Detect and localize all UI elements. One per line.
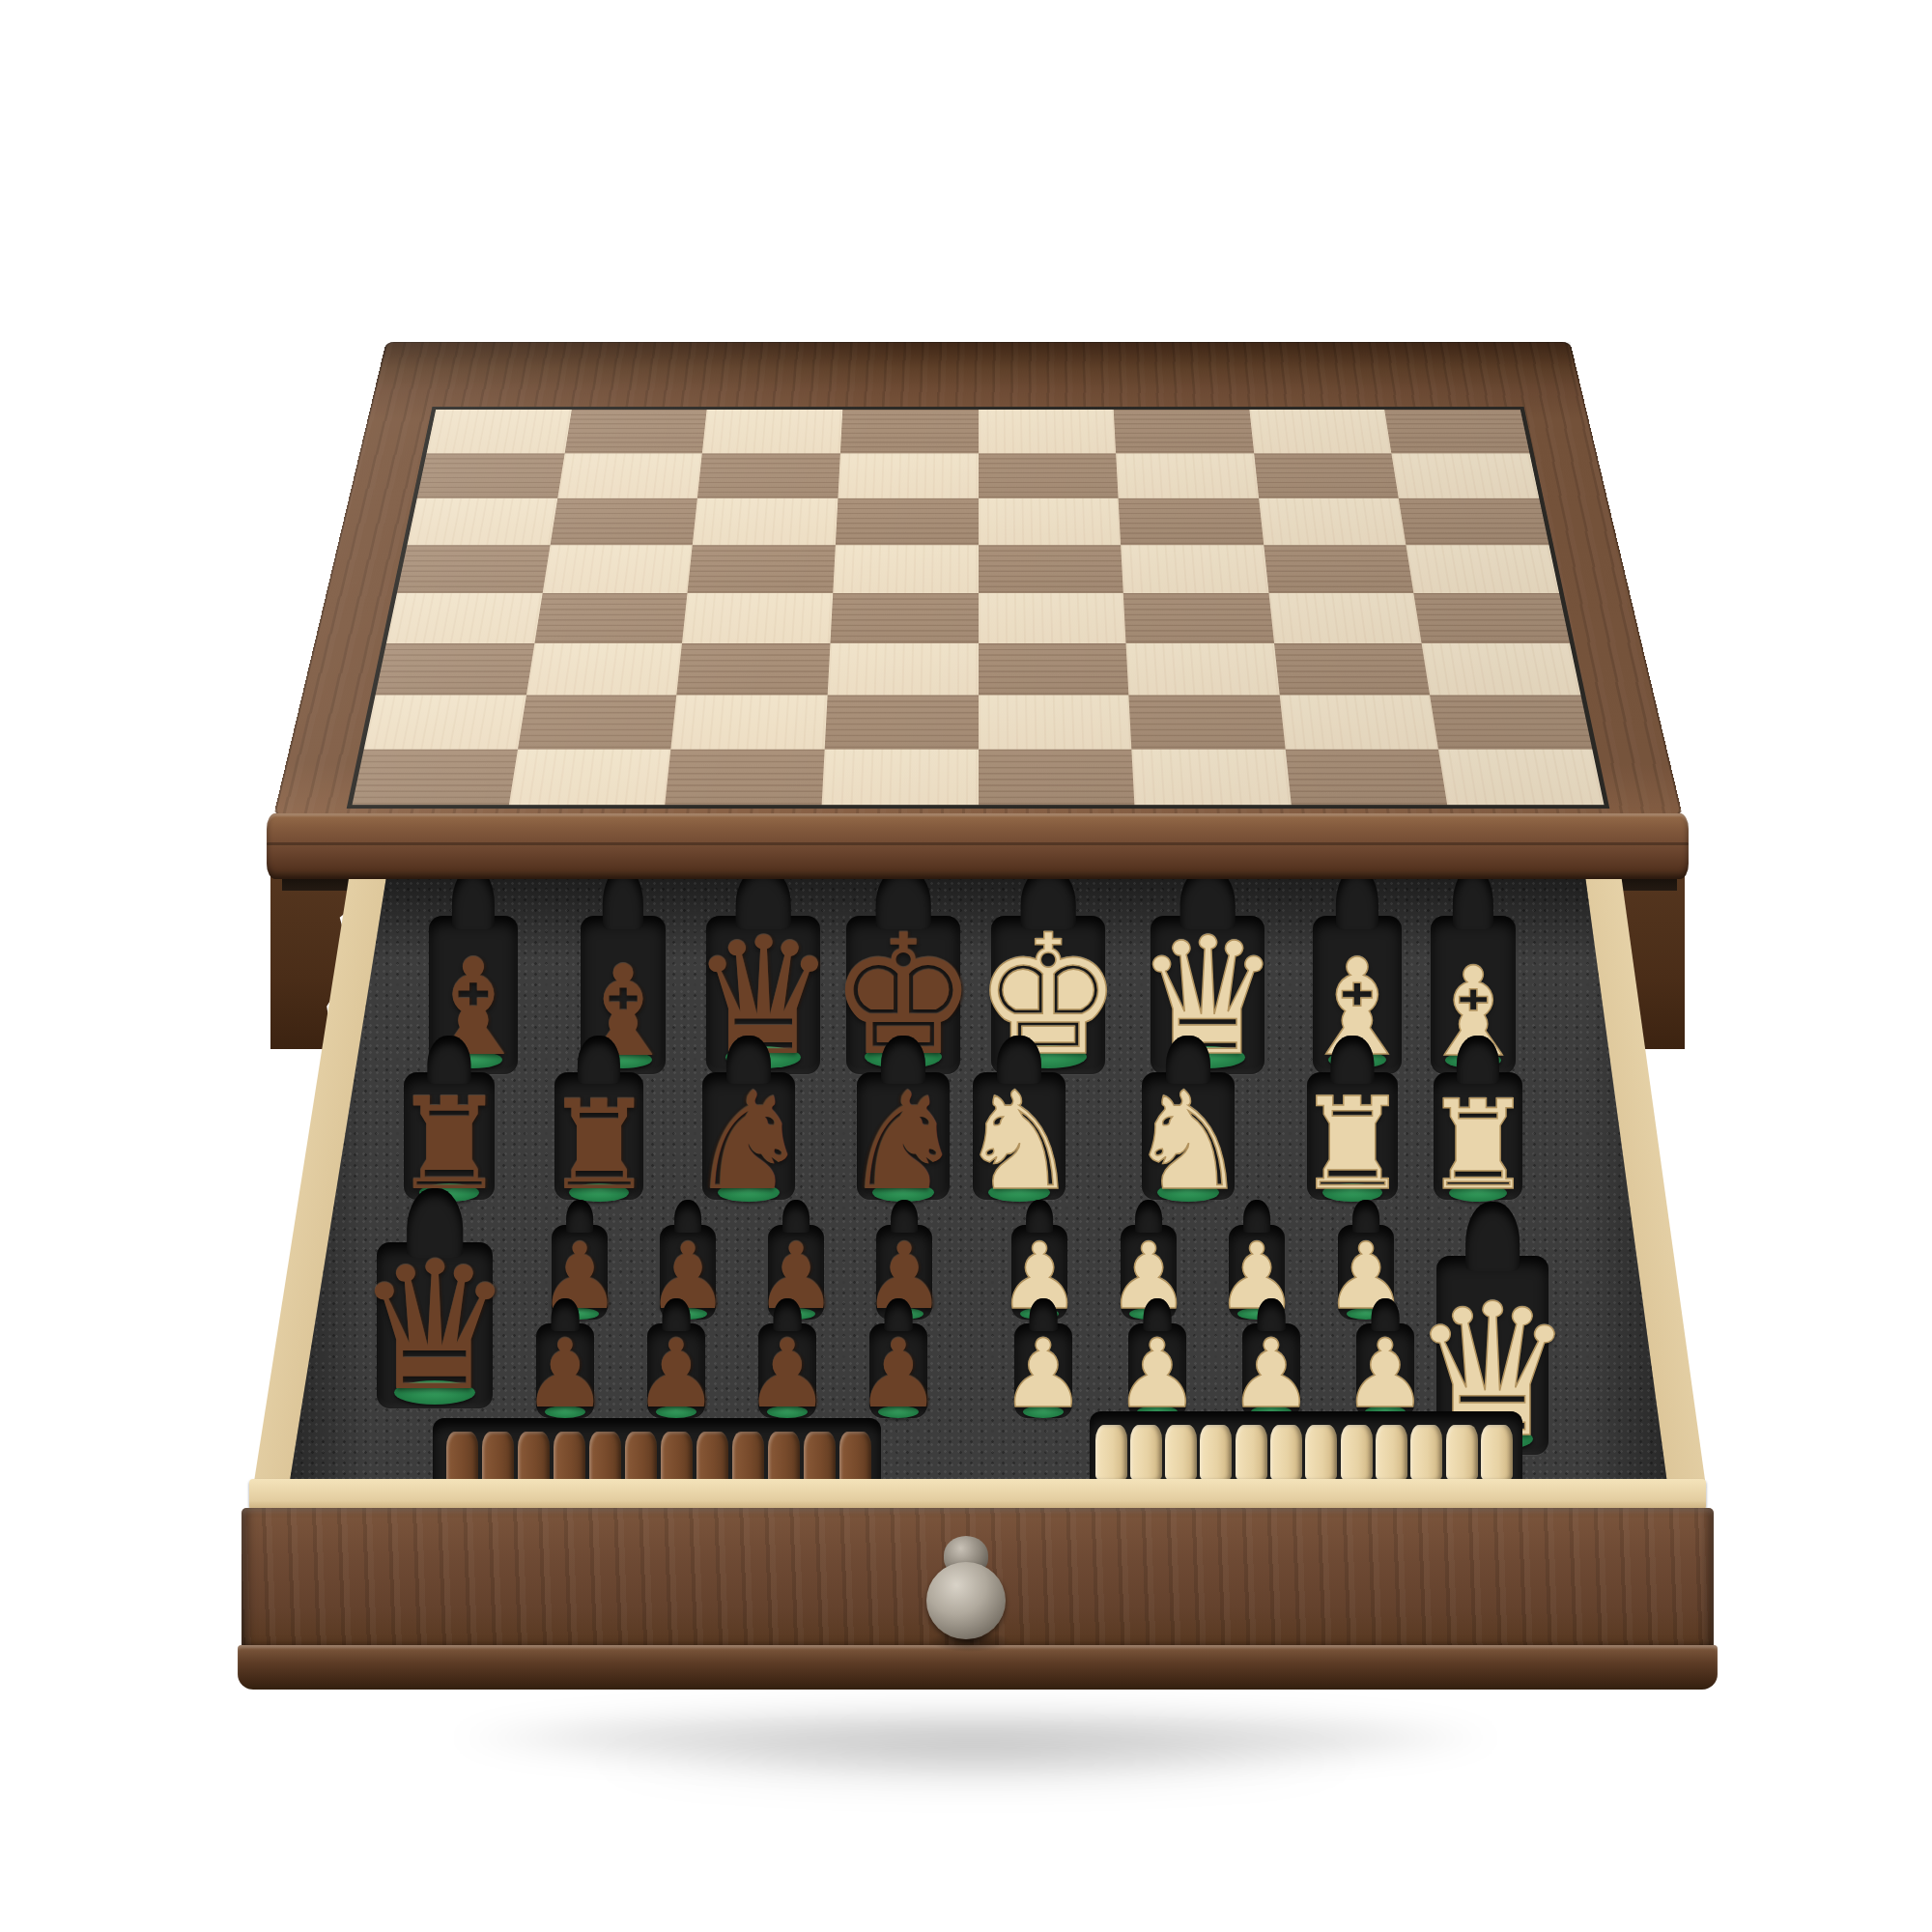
square-a2[interactable] [364,696,526,750]
tray-piece-dark-pawn[interactable]: ♟ [523,1337,608,1410]
square-d1[interactable] [821,749,978,805]
square-g1[interactable] [1285,749,1447,805]
square-f3[interactable] [1126,643,1280,696]
tray-piece-dark-rook[interactable]: ♜ [392,1094,506,1194]
square-b7[interactable] [557,453,702,498]
square-h7[interactable] [1392,453,1540,498]
square-g4[interactable] [1268,593,1422,643]
square-e2[interactable] [979,696,1132,750]
square-a6[interactable] [408,498,557,545]
square-g5[interactable] [1264,545,1414,593]
square-d4[interactable] [830,593,978,643]
walnut-frame [273,342,1683,816]
chessboard [352,410,1604,805]
square-h2[interactable] [1430,696,1592,750]
chessboard-assembly [273,99,1683,816]
tray-piece-light-pawn[interactable]: ♟ [1229,1337,1314,1410]
square-h1[interactable] [1438,749,1604,805]
board-base-molding [267,813,1689,879]
square-b8[interactable] [564,410,706,453]
tray-piece-light-rook[interactable]: ♜ [1423,1097,1534,1194]
square-c1[interactable] [665,749,824,805]
square-a5[interactable] [397,545,550,593]
tray-piece-light-knight[interactable]: ♞ [958,1089,1080,1194]
square-f8[interactable] [1114,410,1254,453]
checkers-disc-light[interactable] [1481,1425,1513,1481]
tray-piece-light-pawn[interactable]: ♟ [1001,1337,1086,1410]
inlay-border [347,407,1610,809]
drawer-front-molding [238,1645,1718,1690]
checkers-disc-light[interactable] [1095,1425,1127,1481]
square-f5[interactable] [1121,545,1268,593]
square-e5[interactable] [979,545,1123,593]
square-e6[interactable] [979,498,1122,545]
square-h3[interactable] [1422,643,1581,696]
square-d3[interactable] [828,643,979,696]
square-h5[interactable] [1406,545,1559,593]
tray-piece-dark-pawn[interactable]: ♟ [634,1337,719,1410]
square-h6[interactable] [1399,498,1548,545]
square-d7[interactable] [838,453,978,498]
tray-piece-dark-pawn[interactable]: ♟ [538,1240,620,1312]
drawer-top-edge [249,1479,1706,1510]
checkers-disc-light[interactable] [1410,1425,1442,1481]
square-g6[interactable] [1259,498,1406,545]
square-e8[interactable] [979,410,1117,453]
square-f7[interactable] [1116,453,1259,498]
tray-piece-dark-knight[interactable]: ♞ [842,1089,964,1194]
square-f6[interactable] [1119,498,1264,545]
square-b2[interactable] [518,696,677,750]
square-c2[interactable] [671,696,828,750]
drawer-knob[interactable] [926,1562,1006,1639]
checkers-disc-light[interactable] [1446,1425,1478,1481]
square-g8[interactable] [1249,410,1391,453]
square-b4[interactable] [534,593,688,643]
square-f2[interactable] [1128,696,1285,750]
square-g2[interactable] [1279,696,1438,750]
square-b1[interactable] [508,749,670,805]
square-a1[interactable] [352,749,517,805]
square-c8[interactable] [702,410,842,453]
square-a7[interactable] [417,453,565,498]
square-f4[interactable] [1123,593,1274,643]
square-c4[interactable] [682,593,833,643]
square-h8[interactable] [1385,410,1530,453]
square-b5[interactable] [542,545,693,593]
tray-piece-light-king[interactable]: ♚ [974,931,1122,1061]
tray-piece-dark-pawn[interactable]: ♟ [745,1337,830,1410]
tray-piece-dark-rook[interactable]: ♜ [544,1097,655,1194]
square-e4[interactable] [979,593,1126,643]
square-e7[interactable] [979,453,1119,498]
square-e1[interactable] [979,749,1135,805]
checkers-disc-light[interactable] [1376,1425,1407,1481]
square-d6[interactable] [836,498,979,545]
square-b6[interactable] [550,498,697,545]
square-a4[interactable] [386,593,542,643]
product-photo-chess-box-set: ♝♝♛♚♚♛♝♝♜♜♞♞♞♞♜♜♟♟♟♟♟♟♟♟♟♟♟♟♟♟♟♟♛♛ [0,0,1932,1932]
tray-piece-dark-pawn[interactable]: ♟ [856,1337,941,1410]
checkers-disc-light[interactable] [1200,1425,1232,1481]
square-d8[interactable] [840,410,979,453]
checkers-disc-light[interactable] [1236,1425,1267,1481]
tray-piece-light-knight[interactable]: ♞ [1127,1089,1249,1194]
square-h4[interactable] [1414,593,1570,643]
checkers-disc-light[interactable] [1305,1425,1337,1481]
square-c5[interactable] [688,545,836,593]
chessboard-plane [273,342,1683,816]
square-b3[interactable] [526,643,683,696]
square-g3[interactable] [1274,643,1431,696]
square-d2[interactable] [825,696,979,750]
checkers-disc-light[interactable] [1270,1425,1302,1481]
square-c7[interactable] [697,453,840,498]
tray-piece-dark-queen[interactable]: ♛ [355,1258,515,1397]
square-a3[interactable] [376,643,535,696]
checkers-disc-light[interactable] [1341,1425,1373,1481]
square-e3[interactable] [979,643,1129,696]
tray-piece-light-pawn[interactable]: ♟ [1324,1240,1406,1312]
square-c3[interactable] [677,643,831,696]
tray-piece-light-rook[interactable]: ♜ [1295,1094,1409,1194]
tray-piece-light-pawn[interactable]: ♟ [1115,1337,1200,1410]
tray-piece-light-pawn[interactable]: ♟ [1215,1240,1297,1312]
tray-piece-light-queen[interactable]: ♛ [1135,934,1281,1061]
square-d5[interactable] [833,545,978,593]
tray-piece-dark-pawn[interactable]: ♟ [646,1240,728,1312]
square-a8[interactable] [427,410,572,453]
square-g7[interactable] [1254,453,1399,498]
square-c6[interactable] [693,498,838,545]
tray-piece-dark-knight[interactable]: ♞ [688,1089,810,1194]
checkers-disc-light[interactable] [1165,1425,1197,1481]
checkers-disc-light[interactable] [1130,1425,1162,1481]
square-f1[interactable] [1131,749,1291,805]
